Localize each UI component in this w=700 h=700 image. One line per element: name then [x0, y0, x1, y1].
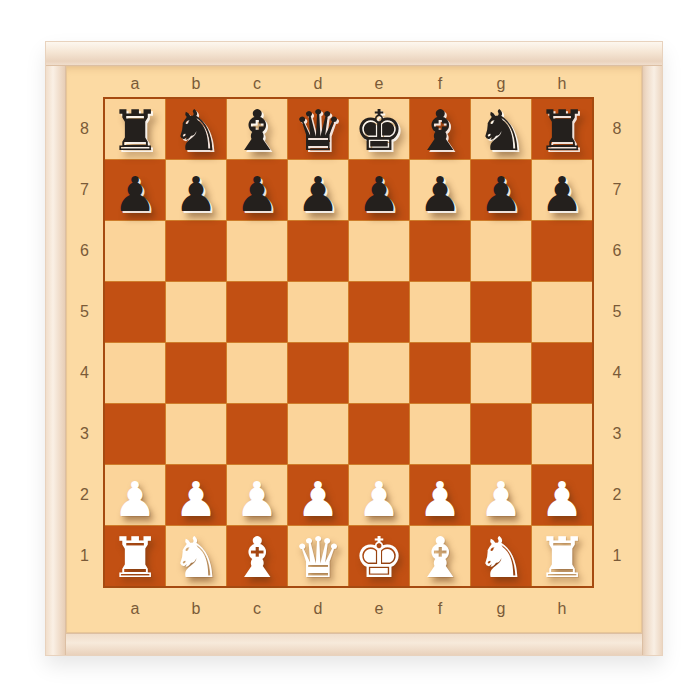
file-label-e: e: [349, 73, 409, 95]
white-pawn[interactable]: ♟: [113, 475, 156, 523]
rank-label-2: 2: [594, 465, 640, 525]
square-f7[interactable]: ♟: [410, 160, 470, 220]
rank-label-7: 7: [594, 160, 640, 220]
square-g1[interactable]: ♞: [471, 526, 531, 586]
white-pawn[interactable]: ♟: [479, 475, 522, 523]
square-c6[interactable]: [227, 221, 287, 281]
square-d4[interactable]: [288, 343, 348, 403]
rank-label-5: 5: [594, 282, 640, 342]
square-e4[interactable]: [349, 343, 409, 403]
square-f6[interactable]: [410, 221, 470, 281]
square-a3[interactable]: [105, 404, 165, 464]
square-e6[interactable]: [349, 221, 409, 281]
file-label-h: h: [532, 598, 592, 620]
square-e2[interactable]: ♟: [349, 465, 409, 525]
square-h3[interactable]: [532, 404, 592, 464]
wood-frame-rail-bottom: [66, 633, 642, 655]
black-pawn[interactable]: ♟: [174, 170, 217, 218]
white-queen[interactable]: ♛: [293, 530, 343, 586]
file-label-b: b: [166, 73, 226, 95]
file-label-g: g: [471, 598, 531, 620]
rank-labels-right: 87654321: [594, 99, 640, 586]
square-g5[interactable]: [471, 282, 531, 342]
white-rook[interactable]: ♜: [110, 530, 160, 586]
square-d7[interactable]: ♟: [288, 160, 348, 220]
square-f4[interactable]: [410, 343, 470, 403]
white-bishop[interactable]: ♝: [415, 530, 465, 586]
black-bishop[interactable]: ♝: [232, 103, 282, 159]
square-g2[interactable]: ♟: [471, 465, 531, 525]
board-photo: abcdefgh abcdefgh 87654321 87654321 ♜♞♝♛…: [0, 0, 700, 700]
square-d2[interactable]: ♟: [288, 465, 348, 525]
file-label-e: e: [349, 598, 409, 620]
black-knight[interactable]: ♞: [476, 103, 526, 159]
square-g4[interactable]: [471, 343, 531, 403]
white-pawn[interactable]: ♟: [174, 475, 217, 523]
file-label-d: d: [288, 73, 348, 95]
square-f5[interactable]: [410, 282, 470, 342]
square-b1[interactable]: ♞: [166, 526, 226, 586]
wood-frame-rail-top: [46, 42, 662, 66]
square-g6[interactable]: [471, 221, 531, 281]
black-pawn[interactable]: ♟: [418, 170, 461, 218]
white-bishop[interactable]: ♝: [232, 530, 282, 586]
file-label-c: c: [227, 598, 287, 620]
square-g7[interactable]: ♟: [471, 160, 531, 220]
white-pawn[interactable]: ♟: [235, 475, 278, 523]
square-g8[interactable]: ♞: [471, 99, 531, 159]
black-rook[interactable]: ♜: [110, 103, 160, 159]
file-label-h: h: [532, 73, 592, 95]
file-label-a: a: [105, 598, 165, 620]
square-h7[interactable]: ♟: [532, 160, 592, 220]
square-c8[interactable]: ♝: [227, 99, 287, 159]
square-c7[interactable]: ♟: [227, 160, 287, 220]
square-f2[interactable]: ♟: [410, 465, 470, 525]
white-pawn[interactable]: ♟: [296, 475, 339, 523]
file-label-f: f: [410, 598, 470, 620]
file-label-a: a: [105, 73, 165, 95]
black-pawn[interactable]: ♟: [540, 170, 583, 218]
square-h5[interactable]: [532, 282, 592, 342]
square-h4[interactable]: [532, 343, 592, 403]
rank-label-4: 4: [66, 343, 103, 403]
black-pawn[interactable]: ♟: [296, 170, 339, 218]
square-f8[interactable]: ♝: [410, 99, 470, 159]
square-d1[interactable]: ♛: [288, 526, 348, 586]
square-d8[interactable]: ♛: [288, 99, 348, 159]
square-d3[interactable]: [288, 404, 348, 464]
black-rook[interactable]: ♜: [537, 103, 587, 159]
rank-label-1: 1: [594, 526, 640, 586]
rank-label-4: 4: [594, 343, 640, 403]
file-label-d: d: [288, 598, 348, 620]
square-h2[interactable]: ♟: [532, 465, 592, 525]
square-b6[interactable]: [166, 221, 226, 281]
square-b7[interactable]: ♟: [166, 160, 226, 220]
white-rook[interactable]: ♜: [537, 530, 587, 586]
square-b8[interactable]: ♞: [166, 99, 226, 159]
square-h1[interactable]: ♜: [532, 526, 592, 586]
square-c3[interactable]: [227, 404, 287, 464]
white-pawn[interactable]: ♟: [540, 475, 583, 523]
white-pawn[interactable]: ♟: [357, 475, 400, 523]
black-queen[interactable]: ♛: [293, 103, 343, 159]
square-b4[interactable]: [166, 343, 226, 403]
square-d5[interactable]: [288, 282, 348, 342]
rank-label-6: 6: [594, 221, 640, 281]
square-h8[interactable]: ♜: [532, 99, 592, 159]
white-king[interactable]: ♚: [354, 530, 404, 586]
rank-labels-left: 87654321: [66, 99, 103, 586]
square-e8[interactable]: ♚: [349, 99, 409, 159]
square-h6[interactable]: [532, 221, 592, 281]
file-label-b: b: [166, 598, 226, 620]
black-bishop[interactable]: ♝: [415, 103, 465, 159]
square-c1[interactable]: ♝: [227, 526, 287, 586]
black-pawn[interactable]: ♟: [357, 170, 400, 218]
black-pawn[interactable]: ♟: [113, 170, 156, 218]
square-a8[interactable]: ♜: [105, 99, 165, 159]
square-b3[interactable]: [166, 404, 226, 464]
black-knight[interactable]: ♞: [171, 103, 221, 159]
wood-frame-rail-left: [46, 66, 66, 655]
black-pawn[interactable]: ♟: [479, 170, 522, 218]
square-a5[interactable]: [105, 282, 165, 342]
rank-label-3: 3: [66, 404, 103, 464]
square-c5[interactable]: [227, 282, 287, 342]
file-label-g: g: [471, 73, 531, 95]
square-a6[interactable]: [105, 221, 165, 281]
white-knight[interactable]: ♞: [171, 530, 221, 586]
wood-frame-rail-right: [642, 66, 662, 655]
square-e1[interactable]: ♚: [349, 526, 409, 586]
black-pawn[interactable]: ♟: [235, 170, 278, 218]
rank-label-1: 1: [66, 526, 103, 586]
file-label-f: f: [410, 73, 470, 95]
rank-label-5: 5: [66, 282, 103, 342]
square-a4[interactable]: [105, 343, 165, 403]
chess-grid: ♜♞♝♛♚♝♞♜♟♟♟♟♟♟♟♟♟♟♟♟♟♟♟♟♜♞♝♛♚♝♞♜: [103, 97, 594, 588]
square-d6[interactable]: [288, 221, 348, 281]
white-pawn[interactable]: ♟: [418, 475, 461, 523]
square-e3[interactable]: [349, 404, 409, 464]
square-c2[interactable]: ♟: [227, 465, 287, 525]
board-field: abcdefgh abcdefgh 87654321 87654321 ♜♞♝♛…: [66, 66, 642, 633]
square-c4[interactable]: [227, 343, 287, 403]
file-label-c: c: [227, 73, 287, 95]
square-a7[interactable]: ♟: [105, 160, 165, 220]
square-b5[interactable]: [166, 282, 226, 342]
rank-label-6: 6: [66, 221, 103, 281]
square-f3[interactable]: [410, 404, 470, 464]
square-e7[interactable]: ♟: [349, 160, 409, 220]
rank-label-8: 8: [594, 99, 640, 159]
square-b2[interactable]: ♟: [166, 465, 226, 525]
square-g3[interactable]: [471, 404, 531, 464]
file-labels-top: abcdefgh: [105, 73, 592, 95]
rank-label-3: 3: [594, 404, 640, 464]
chess-board: abcdefgh abcdefgh 87654321 87654321 ♜♞♝♛…: [46, 42, 662, 655]
rank-label-8: 8: [66, 99, 103, 159]
square-a1[interactable]: ♜: [105, 526, 165, 586]
rank-label-7: 7: [66, 160, 103, 220]
file-labels-bottom: abcdefgh: [105, 598, 592, 620]
black-king[interactable]: ♚: [354, 103, 404, 159]
square-a2[interactable]: ♟: [105, 465, 165, 525]
rank-label-2: 2: [66, 465, 103, 525]
square-e5[interactable]: [349, 282, 409, 342]
square-f1[interactable]: ♝: [410, 526, 470, 586]
white-knight[interactable]: ♞: [476, 530, 526, 586]
